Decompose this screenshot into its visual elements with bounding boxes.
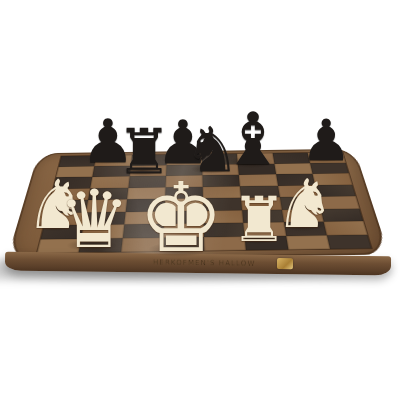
product-photo-scene: HERKOFMEN'S HALLOW ♟♜♟♞♝♟♞♛♚♜♞ xyxy=(0,0,400,400)
piece-white-knight-g3[interactable]: ♞ xyxy=(275,171,335,238)
gold-emblem-icon xyxy=(277,258,293,269)
piece-black-pawn-h8[interactable]: ♟ xyxy=(300,112,351,169)
piece-white-king-d2[interactable]: ♚ xyxy=(138,170,224,266)
piece-white-queen-b2[interactable]: ♛ xyxy=(58,180,130,260)
